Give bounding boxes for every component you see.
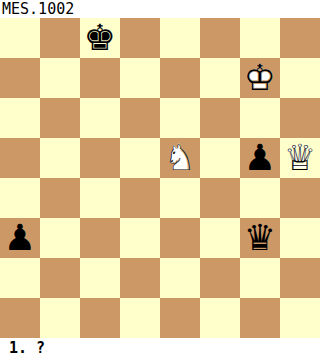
square-h1[interactable] — [280, 298, 320, 338]
square-d6[interactable] — [120, 98, 160, 138]
square-g5[interactable]: ♟ — [240, 138, 280, 178]
square-g7[interactable]: ♚♔ — [240, 58, 280, 98]
piece-black-pawn-g5: ♟ — [240, 138, 280, 178]
square-b7[interactable] — [40, 58, 80, 98]
square-h8[interactable] — [280, 18, 320, 58]
square-d2[interactable] — [120, 258, 160, 298]
square-a6[interactable] — [0, 98, 40, 138]
square-c6[interactable] — [80, 98, 120, 138]
square-f2[interactable] — [200, 258, 240, 298]
square-e8[interactable] — [160, 18, 200, 58]
square-d1[interactable] — [120, 298, 160, 338]
square-h6[interactable] — [280, 98, 320, 138]
square-e7[interactable] — [160, 58, 200, 98]
square-h3[interactable] — [280, 218, 320, 258]
square-f5[interactable] — [200, 138, 240, 178]
square-b2[interactable] — [40, 258, 80, 298]
square-g4[interactable] — [240, 178, 280, 218]
square-h5[interactable]: ♛♕ — [280, 138, 320, 178]
square-c4[interactable] — [80, 178, 120, 218]
puzzle-title: MES.1002 — [0, 0, 320, 18]
square-c5[interactable] — [80, 138, 120, 178]
square-a7[interactable] — [0, 58, 40, 98]
square-e5[interactable]: ♞♘ — [160, 138, 200, 178]
square-d4[interactable] — [120, 178, 160, 218]
square-b4[interactable] — [40, 178, 80, 218]
square-g6[interactable] — [240, 98, 280, 138]
square-g2[interactable] — [240, 258, 280, 298]
square-d5[interactable] — [120, 138, 160, 178]
square-a3[interactable]: ♟ — [0, 218, 40, 258]
piece-black-queen-g3: ♛ — [240, 218, 280, 258]
piece-black-king-c8: ♚ — [80, 18, 120, 58]
square-f4[interactable] — [200, 178, 240, 218]
square-b1[interactable] — [40, 298, 80, 338]
square-d7[interactable] — [120, 58, 160, 98]
square-d8[interactable] — [120, 18, 160, 58]
square-c8[interactable]: ♚ — [80, 18, 120, 58]
square-c2[interactable] — [80, 258, 120, 298]
square-f8[interactable] — [200, 18, 240, 58]
square-c7[interactable] — [80, 58, 120, 98]
square-h2[interactable] — [280, 258, 320, 298]
square-d3[interactable] — [120, 218, 160, 258]
square-e1[interactable] — [160, 298, 200, 338]
square-e3[interactable] — [160, 218, 200, 258]
piece-white-knight-e5: ♞♘ — [160, 138, 200, 178]
chess-puzzle-window: MES.1002 ♚♚♔♞♘♟♛♕♟♛ 1. ? — [0, 0, 320, 360]
square-g8[interactable] — [240, 18, 280, 58]
piece-black-pawn-a3: ♟ — [0, 218, 40, 258]
square-b5[interactable] — [40, 138, 80, 178]
square-f7[interactable] — [200, 58, 240, 98]
square-e4[interactable] — [160, 178, 200, 218]
square-g3[interactable]: ♛ — [240, 218, 280, 258]
square-g1[interactable] — [240, 298, 280, 338]
square-c1[interactable] — [80, 298, 120, 338]
square-f6[interactable] — [200, 98, 240, 138]
square-a8[interactable] — [0, 18, 40, 58]
square-h4[interactable] — [280, 178, 320, 218]
square-b6[interactable] — [40, 98, 80, 138]
square-f1[interactable] — [200, 298, 240, 338]
piece-white-king-g7: ♚♔ — [240, 58, 280, 98]
piece-white-queen-h5: ♛♕ — [280, 138, 320, 178]
square-e6[interactable] — [160, 98, 200, 138]
square-a4[interactable] — [0, 178, 40, 218]
chess-board: ♚♚♔♞♘♟♛♕♟♛ — [0, 18, 320, 338]
square-b8[interactable] — [40, 18, 80, 58]
square-a5[interactable] — [0, 138, 40, 178]
square-f3[interactable] — [200, 218, 240, 258]
square-a1[interactable] — [0, 298, 40, 338]
square-e2[interactable] — [160, 258, 200, 298]
move-prompt: 1. ? — [0, 338, 320, 360]
square-h7[interactable] — [280, 58, 320, 98]
square-b3[interactable] — [40, 218, 80, 258]
square-a2[interactable] — [0, 258, 40, 298]
square-c3[interactable] — [80, 218, 120, 258]
